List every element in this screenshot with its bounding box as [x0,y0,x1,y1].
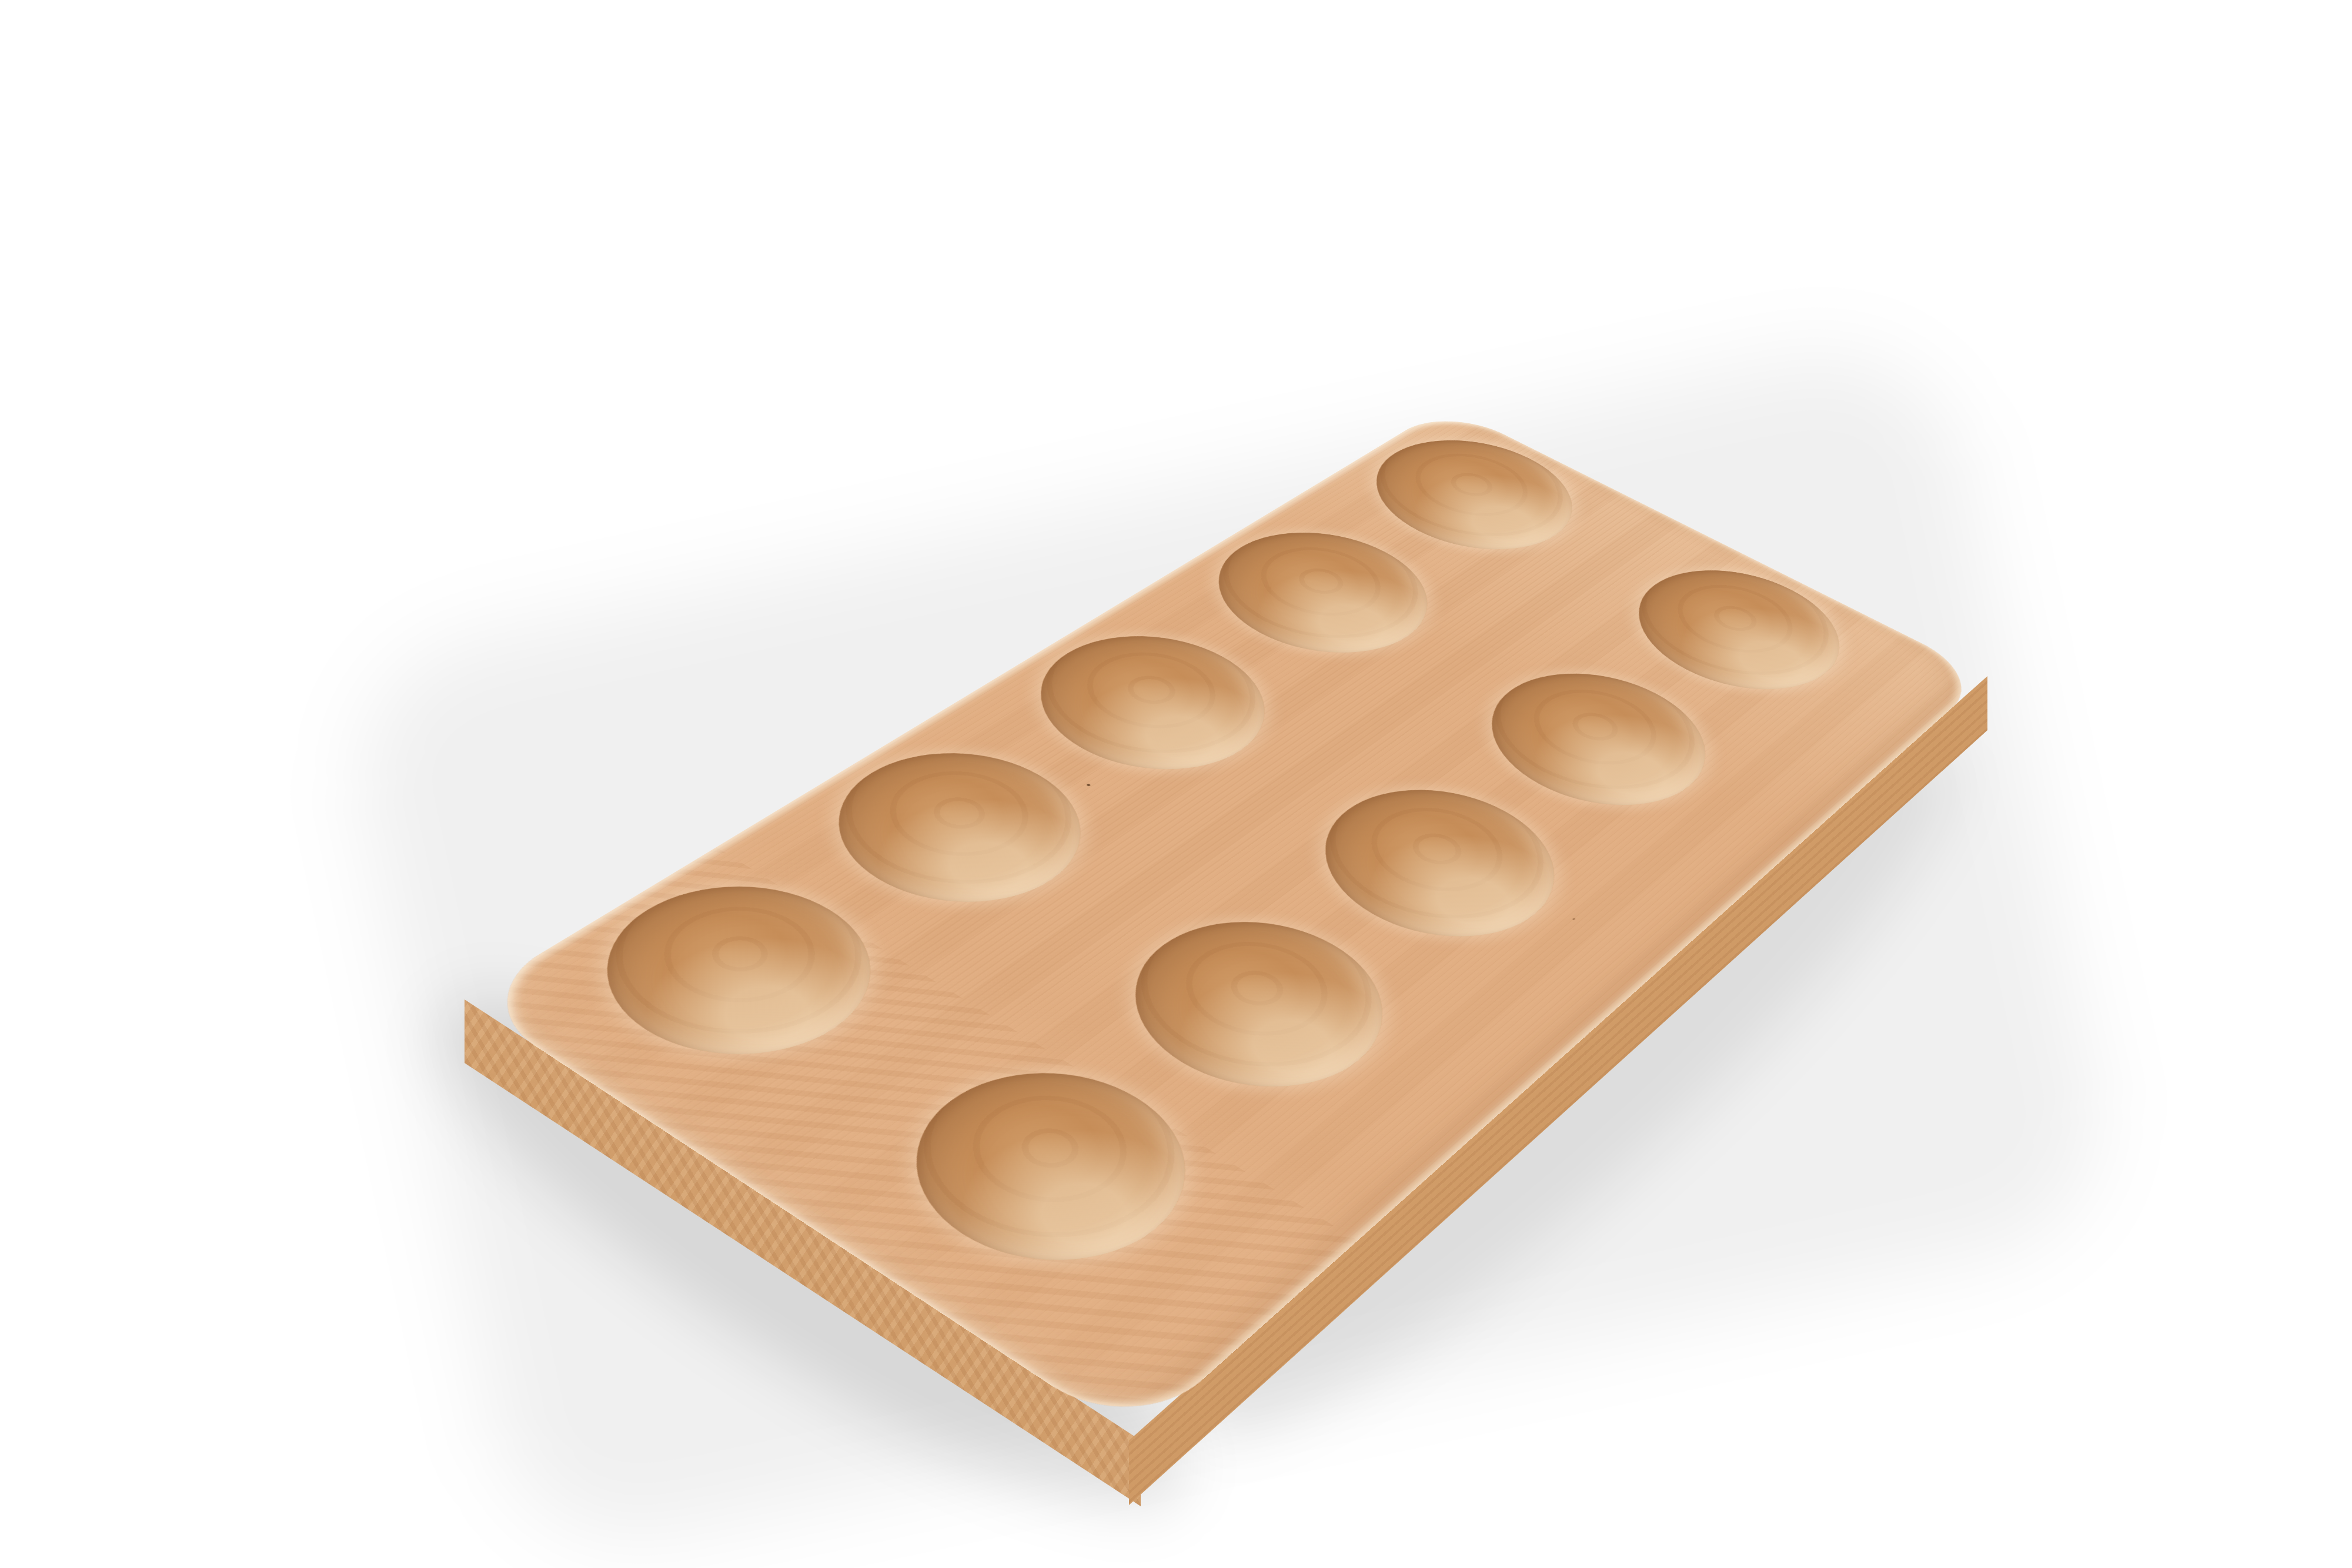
pit-near-1[interactable] [860,1037,1238,1302]
pit-near-2[interactable] [1084,890,1431,1123]
pit-near-3[interactable] [1279,761,1598,969]
photo-scene [0,0,2352,1568]
